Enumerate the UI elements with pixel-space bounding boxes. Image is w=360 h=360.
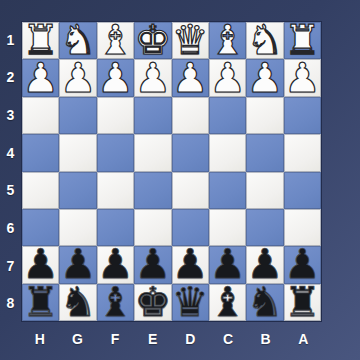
square-b8[interactable]: ♞ (246, 284, 283, 321)
piece-black-queen[interactable]: ♛ (172, 284, 209, 321)
square-d5[interactable] (172, 172, 209, 209)
square-a5[interactable] (284, 172, 321, 209)
square-g8[interactable]: ♞ (59, 284, 96, 321)
chess-board: ♜♞♝♚♛♝♞♜♟♟♟♟♟♟♟♟♟♟♟♟♟♟♟♟♜♞♝♚♛♝♞♜ (21, 21, 322, 322)
square-b5[interactable] (246, 172, 283, 209)
square-d3[interactable] (172, 97, 209, 134)
file-label-e: E (134, 322, 172, 355)
rank-label-6: 6 (0, 209, 21, 247)
square-c8[interactable]: ♝ (209, 284, 246, 321)
square-c5[interactable] (209, 172, 246, 209)
piece-black-rook[interactable]: ♜ (284, 284, 321, 321)
file-label-b: B (247, 322, 285, 355)
square-a2[interactable]: ♟ (284, 59, 321, 96)
square-c2[interactable]: ♟ (209, 59, 246, 96)
square-h4[interactable] (22, 134, 59, 171)
rank-label-7: 7 (0, 247, 21, 285)
file-label-d: D (172, 322, 210, 355)
piece-black-bishop[interactable]: ♝ (97, 284, 134, 321)
piece-black-knight[interactable]: ♞ (247, 284, 284, 321)
square-b4[interactable] (246, 134, 283, 171)
square-d4[interactable] (172, 134, 209, 171)
square-e4[interactable] (134, 134, 171, 171)
square-c4[interactable] (209, 134, 246, 171)
rank-label-3: 3 (0, 96, 21, 134)
piece-black-bishop[interactable]: ♝ (209, 284, 246, 321)
piece-white-pawn[interactable]: ♟ (60, 60, 97, 97)
square-e5[interactable] (134, 172, 171, 209)
piece-white-pawn[interactable]: ♟ (97, 60, 134, 97)
square-a3[interactable] (284, 97, 321, 134)
rank-label-2: 2 (0, 59, 21, 97)
square-a4[interactable] (284, 134, 321, 171)
square-g4[interactable] (59, 134, 96, 171)
square-h2[interactable]: ♟ (22, 59, 59, 96)
square-f3[interactable] (97, 97, 134, 134)
piece-white-pawn[interactable]: ♟ (134, 60, 171, 97)
piece-white-pawn[interactable]: ♟ (172, 60, 209, 97)
square-e3[interactable] (134, 97, 171, 134)
square-b2[interactable]: ♟ (246, 59, 283, 96)
rank-label-5: 5 (0, 172, 21, 210)
piece-white-pawn[interactable]: ♟ (247, 60, 284, 97)
square-h5[interactable] (22, 172, 59, 209)
square-g3[interactable] (59, 97, 96, 134)
file-label-a: A (284, 322, 322, 355)
square-b3[interactable] (246, 97, 283, 134)
file-label-c: C (209, 322, 247, 355)
file-label-g: G (59, 322, 97, 355)
piece-white-pawn[interactable]: ♟ (209, 60, 246, 97)
square-g5[interactable] (59, 172, 96, 209)
square-f2[interactable]: ♟ (97, 59, 134, 96)
piece-white-pawn[interactable]: ♟ (284, 60, 321, 97)
piece-black-king[interactable]: ♚ (134, 284, 171, 321)
square-f5[interactable] (97, 172, 134, 209)
square-h3[interactable] (22, 97, 59, 134)
file-labels: HGFEDCBA (21, 322, 322, 355)
rank-label-8: 8 (0, 284, 21, 322)
square-c3[interactable] (209, 97, 246, 134)
square-e2[interactable]: ♟ (134, 59, 171, 96)
file-label-f: F (96, 322, 134, 355)
rank-labels: 12345678 (0, 21, 21, 322)
chess-board-widget: 12345678 HGFEDCBA ♜♞♝♚♛♝♞♜♟♟♟♟♟♟♟♟♟♟♟♟♟♟… (0, 0, 360, 360)
rank-label-1: 1 (0, 21, 21, 59)
square-f4[interactable] (97, 134, 134, 171)
piece-white-pawn[interactable]: ♟ (22, 60, 59, 97)
square-g2[interactable]: ♟ (59, 59, 96, 96)
square-d2[interactable]: ♟ (172, 59, 209, 96)
square-a8[interactable]: ♜ (284, 284, 321, 321)
square-h8[interactable]: ♜ (22, 284, 59, 321)
rank-label-4: 4 (0, 134, 21, 172)
piece-black-rook[interactable]: ♜ (22, 284, 59, 321)
square-f8[interactable]: ♝ (97, 284, 134, 321)
piece-black-knight[interactable]: ♞ (60, 284, 97, 321)
square-e8[interactable]: ♚ (134, 284, 171, 321)
square-d8[interactable]: ♛ (172, 284, 209, 321)
file-label-h: H (21, 322, 59, 355)
